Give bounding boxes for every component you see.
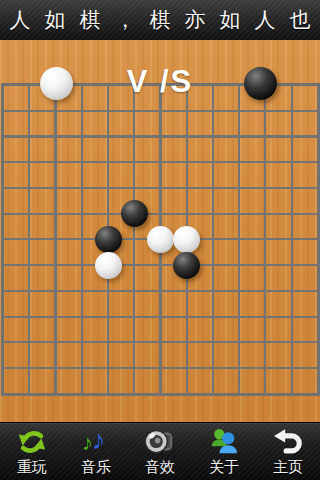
- bottom-toolbar: 重玩 ♪ ♪ 音乐: [0, 422, 320, 480]
- vs-black-stone: [244, 67, 277, 100]
- stone-white: [95, 252, 122, 279]
- refresh-icon: [17, 426, 47, 458]
- replay-label: 重玩: [17, 458, 47, 476]
- stone-white: [147, 226, 174, 253]
- stone-black: [121, 200, 148, 227]
- stone-black: [173, 252, 200, 279]
- title-bar: 人如棋，棋亦如人也: [0, 0, 320, 41]
- music-notes-icon: ♪ ♪: [80, 426, 112, 458]
- home-button[interactable]: 主页: [256, 423, 320, 480]
- about-button[interactable]: 关于: [192, 423, 256, 480]
- replay-button[interactable]: 重玩: [0, 423, 64, 480]
- music-label: 音乐: [81, 458, 111, 476]
- home-label: 主页: [273, 458, 303, 476]
- users-icon: [209, 426, 239, 458]
- sound-button[interactable]: 音效: [128, 423, 192, 480]
- sound-label: 音效: [145, 458, 175, 476]
- music-button[interactable]: ♪ ♪ 音乐: [64, 423, 128, 480]
- speaker-icon: [144, 426, 176, 458]
- app-title: 人如棋，棋亦如人也: [0, 6, 320, 34]
- app-screen: 人如棋，棋亦如人也 V /S 重玩: [0, 0, 320, 480]
- about-label: 关于: [209, 458, 239, 476]
- back-arrow-icon: [273, 426, 303, 458]
- gomoku-board[interactable]: V /S: [0, 40, 320, 423]
- stone-black: [95, 226, 122, 253]
